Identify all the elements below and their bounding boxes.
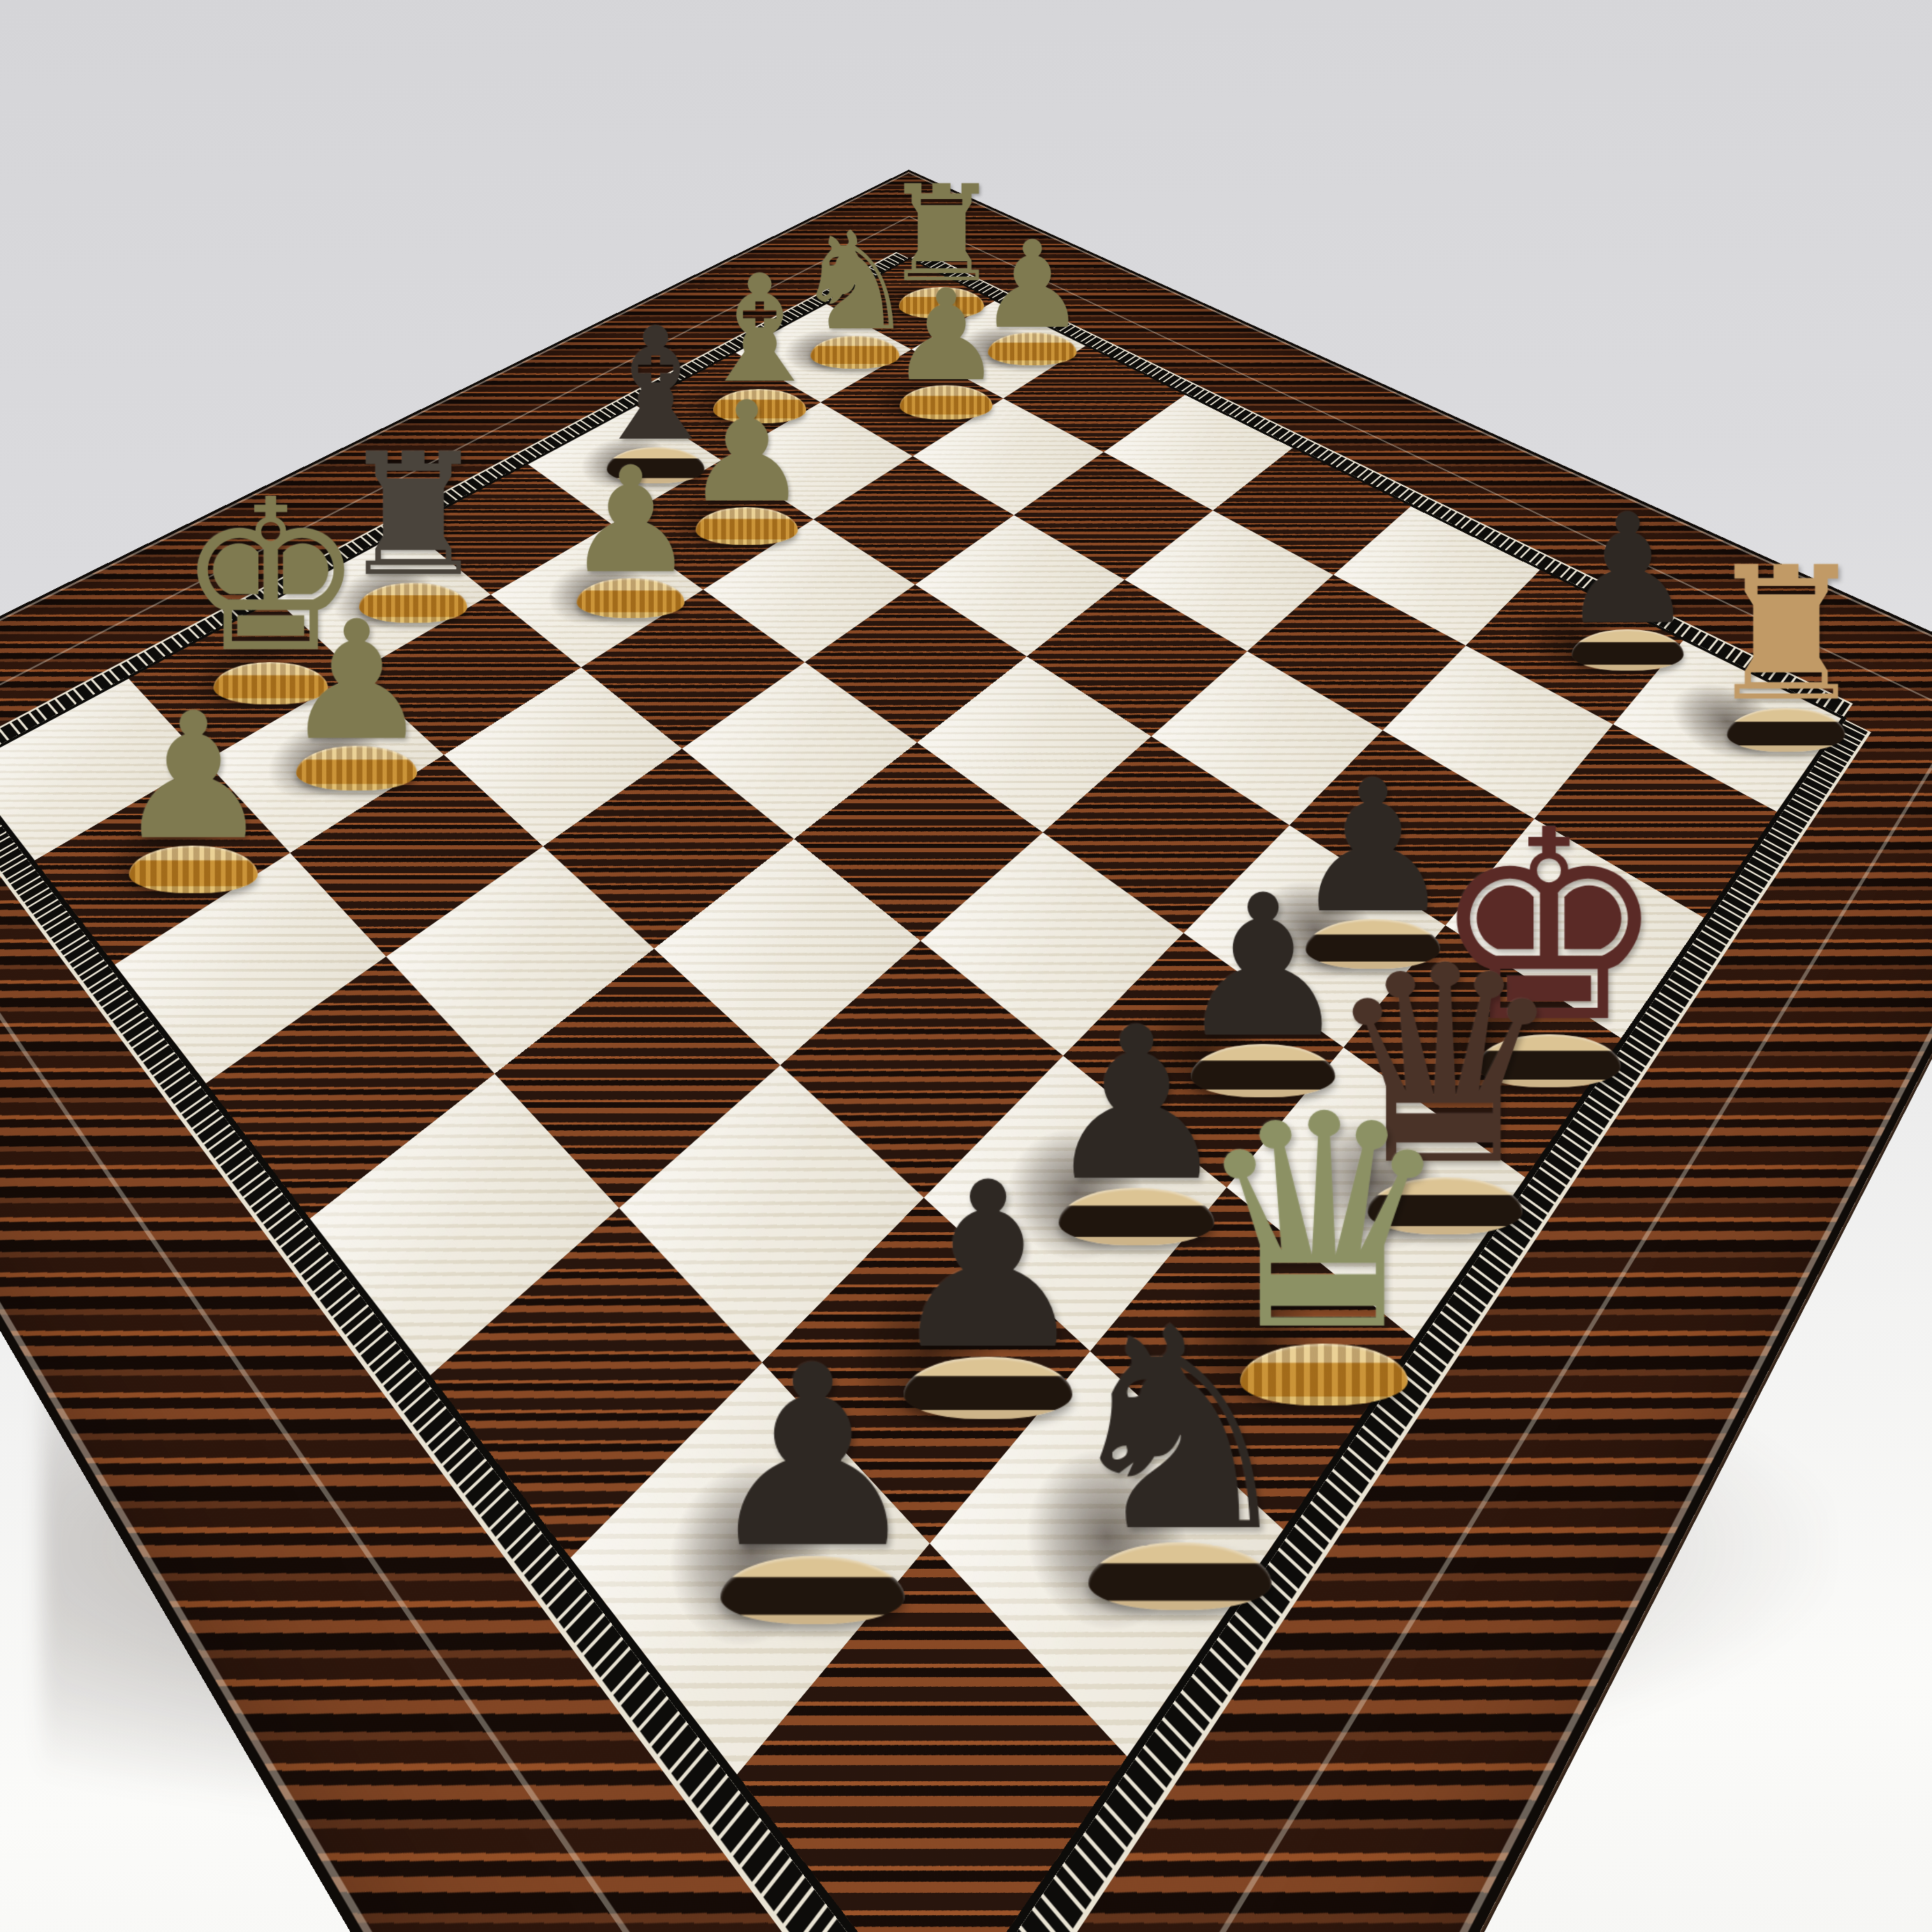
piece-figurine: ♟ bbox=[115, 697, 271, 893]
board-grid: ♚♜♝♝♞♜♟♟♟♟♟♟♟♟♟♟♟♟♞♛♛♚♜ bbox=[0, 259, 1841, 1932]
board-frame: ♚♜♝♝♞♜♟♟♟♟♟♟♟♟♟♟♟♟♞♛♛♚♜ bbox=[0, 170, 1932, 1932]
piece-figurine: ♟ bbox=[701, 1343, 925, 1624]
pawn-glyph: ♟ bbox=[685, 389, 809, 517]
piece-figurine: ♟ bbox=[685, 389, 809, 545]
chess-board-box: ♚♜♝♝♞♜♟♟♟♟♟♟♟♟♟♟♟♟♞♛♛♚♜ bbox=[0, 170, 1932, 1932]
knight-glyph: ♞ bbox=[1055, 1302, 1305, 1559]
pawn-glyph: ♟ bbox=[701, 1343, 925, 1574]
piece-figurine: ♜ bbox=[1704, 550, 1869, 752]
square-c4[interactable] bbox=[654, 839, 920, 1064]
pawn-glyph: ♟ bbox=[115, 697, 271, 858]
piece-figurine: ♟ bbox=[283, 606, 430, 790]
pawn-glyph: ♟ bbox=[889, 278, 1002, 394]
piece-figurine: ♟ bbox=[565, 453, 696, 617]
pawn-glyph: ♟ bbox=[1560, 500, 1696, 640]
rook-glyph: ♜ bbox=[1704, 550, 1869, 719]
scene-3d: ♚♜♝♝♞♜♟♟♟♟♟♟♟♟♟♟♟♟♞♛♛♚♜ bbox=[0, 0, 1932, 1932]
pawn-glyph: ♟ bbox=[565, 453, 696, 588]
product-photo-stage: ♚♜♝♝♞♜♟♟♟♟♟♟♟♟♟♟♟♟♞♛♛♚♜ bbox=[0, 0, 1932, 1932]
pawn-glyph: ♟ bbox=[283, 606, 430, 756]
piece-figurine: ♟ bbox=[889, 278, 1002, 419]
piece-figurine: ♞ bbox=[1055, 1302, 1305, 1609]
piece-figurine: ♟ bbox=[1560, 500, 1696, 671]
